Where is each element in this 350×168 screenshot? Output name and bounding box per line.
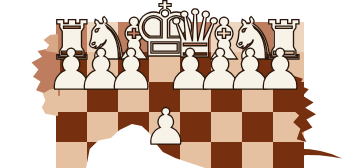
- piece-white-pawn[interactable]: ♟: [144, 102, 189, 152]
- board-square[interactable]: [242, 112, 273, 142]
- board-square[interactable]: [211, 142, 242, 168]
- board-square[interactable]: [56, 142, 87, 168]
- board-square[interactable]: [56, 112, 87, 142]
- board-square[interactable]: [211, 112, 242, 142]
- piece-white-pawn[interactable]: ♟: [106, 42, 156, 98]
- piece-white-pawn[interactable]: ♟: [255, 42, 305, 98]
- board-square[interactable]: [242, 142, 273, 168]
- chess-illustration: ♜♞♝♚♛♝♞♜♟♟♟♟♟♟♟♟: [0, 0, 350, 168]
